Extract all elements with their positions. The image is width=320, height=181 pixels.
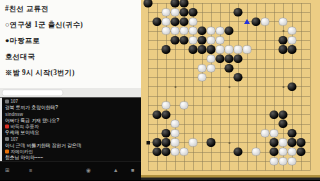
white-stone — [207, 54, 216, 63]
black-stone — [198, 27, 207, 36]
stream-screenshot: #친선 교류전 ○연구생 1군 출신(귀수) ●마짱프로 호선대국 ※밤 9시 … — [0, 0, 320, 180]
white-stone — [279, 147, 288, 156]
board-gridline-horizontal — [148, 96, 310, 97]
black-stone — [144, 0, 153, 7]
black-stone — [153, 138, 162, 147]
white-stone — [171, 27, 180, 36]
go-board — [141, 0, 320, 175]
chat-message: 107경북 토끼가 호랑이한테? — [5, 99, 138, 110]
black-stone — [189, 8, 198, 17]
black-stone — [180, 17, 189, 26]
white-stone — [243, 45, 252, 54]
black-stone — [288, 82, 297, 91]
white-stone — [198, 73, 207, 82]
white-stone — [207, 27, 216, 36]
white-stone — [171, 129, 180, 138]
board-gridline-vertical — [247, 3, 248, 170]
white-stone — [207, 36, 216, 45]
black-stone — [234, 147, 243, 156]
black-stone — [288, 129, 297, 138]
notice-start-time: ※밤 9시 시작(3번기) — [5, 68, 139, 81]
white-stone — [180, 147, 189, 156]
black-stone — [153, 110, 162, 119]
black-stone — [234, 73, 243, 82]
white-stone — [180, 101, 189, 110]
black-stone — [180, 8, 189, 17]
chat-message-text: 우세해 보이네요 — [5, 130, 138, 136]
star-point — [282, 30, 284, 32]
black-stone — [216, 54, 225, 63]
black-stone — [153, 147, 162, 156]
black-stone — [297, 147, 306, 156]
chat-message-text: 경북 토끼가 호랑이한테? — [5, 105, 138, 111]
white-stone — [180, 27, 189, 36]
white-stone — [162, 17, 171, 26]
chat-message: 바둑의 추종자우세해 보이네요 — [5, 124, 138, 135]
black-stone — [279, 120, 288, 129]
board-gridline-vertical — [310, 3, 311, 170]
white-stone — [288, 147, 297, 156]
black-stone — [288, 45, 297, 54]
black-stone — [234, 8, 243, 17]
bell-icon[interactable]: ▲ — [113, 167, 118, 173]
user-badge-icon — [5, 100, 9, 104]
board-gridline-vertical — [256, 3, 257, 170]
go-board-zone — [141, 0, 320, 180]
board-gridline-vertical — [238, 3, 239, 170]
white-stone — [216, 36, 225, 45]
black-stone — [270, 138, 279, 147]
black-stone — [198, 36, 207, 45]
black-stone — [270, 110, 279, 119]
black-stone — [180, 36, 189, 45]
black-stone — [234, 54, 243, 63]
black-stone — [225, 27, 234, 36]
white-stone — [207, 64, 216, 73]
star-point — [282, 86, 284, 88]
black-stone — [171, 0, 180, 7]
white-stone — [162, 8, 171, 17]
white-stone — [279, 138, 288, 147]
white-stone — [171, 138, 180, 147]
white-stone — [216, 27, 225, 36]
black-stone — [162, 45, 171, 54]
white-stone — [189, 138, 198, 147]
black-stone — [297, 138, 306, 147]
star-point — [174, 86, 176, 88]
white-stone — [288, 27, 297, 36]
black-stone — [225, 54, 234, 63]
grid-icon[interactable]: ⊞ — [5, 167, 10, 174]
white-stone — [171, 8, 180, 17]
notice-title: #친선 교류전 — [5, 4, 139, 17]
white-stone — [189, 27, 198, 36]
black-stone — [180, 0, 189, 7]
star-point — [228, 86, 230, 88]
notice-white-player: ○연구생 1군 출신(귀수) — [5, 20, 139, 33]
white-stone — [270, 157, 279, 166]
white-stone — [270, 129, 279, 138]
black-stone — [171, 17, 180, 26]
white-stone — [234, 45, 243, 54]
white-stone — [225, 45, 234, 54]
chat-header-bar — [0, 88, 141, 98]
white-stone — [288, 157, 297, 166]
black-stone — [207, 45, 216, 54]
white-stone — [279, 17, 288, 26]
white-stone — [162, 101, 171, 110]
list-icon[interactable]: ≡ — [29, 167, 32, 173]
black-stone — [171, 36, 180, 45]
white-stone — [171, 147, 180, 156]
black-stone — [153, 17, 162, 26]
black-stone — [288, 138, 297, 147]
black-stone — [207, 138, 216, 147]
chat-scrollbar[interactable] — [0, 98, 2, 162]
last-move-marker-icon — [244, 19, 250, 24]
chat-message: 자메이카인청춘님 하이하~~~ — [5, 149, 138, 160]
white-stone — [198, 64, 207, 73]
white-stone — [216, 45, 225, 54]
white-stone — [189, 36, 198, 45]
user-badge-icon — [5, 150, 9, 154]
white-stone — [279, 157, 288, 166]
black-stone — [162, 129, 171, 138]
viewers-icon[interactable]: ◉ — [86, 167, 91, 174]
match-notice-panel: #친선 교류전 ○연구생 1군 출신(귀수) ●마짱프로 호선대국 ※밤 9시 … — [0, 0, 141, 88]
chat-message-text: 아니 근데 비둘기한테 잡힌거 같은데 — [5, 142, 138, 148]
star-point — [228, 142, 230, 144]
board-bottom-shadow — [141, 175, 320, 178]
white-stone — [288, 36, 297, 45]
chat-message: 107아니 근데 비둘기한테 잡힌거 같은데 — [5, 137, 138, 148]
user-badge-icon — [5, 137, 9, 141]
square-marker-icon — [146, 141, 150, 145]
chat-message-text: 어쩌다 특급 기재 됐나요? — [5, 117, 138, 123]
chat-message-text: 청춘님 하이하~~~ — [5, 155, 138, 161]
black-stone — [279, 36, 288, 45]
board-gridline-vertical — [265, 3, 266, 170]
black-stone — [162, 147, 171, 156]
black-stone — [270, 147, 279, 156]
chat-message: sindnsw어쩌다 특급 기재 됐나요? — [5, 112, 138, 123]
notice-game-type: 호선대국 — [5, 52, 139, 65]
chat-filter-pill[interactable] — [2, 90, 63, 97]
chat-toolbar: ⊞≡◉▲■ — [0, 162, 141, 181]
white-stone — [171, 120, 180, 129]
notice-black-player: ●마짱프로 — [5, 36, 139, 49]
white-stone — [261, 129, 270, 138]
black-stone — [279, 110, 288, 119]
user-badge-icon — [5, 125, 9, 129]
white-stone — [189, 17, 198, 26]
black-stone — [198, 45, 207, 54]
board-gridline-horizontal — [148, 170, 310, 171]
white-stone — [162, 27, 171, 36]
board-gridline-horizontal — [148, 105, 310, 106]
white-stone — [261, 17, 270, 26]
black-stone — [225, 64, 234, 73]
black-stone — [162, 138, 171, 147]
chat-message-list: 107경북 토끼가 호랑이한테?sindnsw어쩌다 특급 기재 됐나요?바둑의… — [0, 99, 141, 160]
white-stone — [252, 147, 261, 156]
black-stone — [162, 110, 171, 119]
black-stone — [189, 45, 198, 54]
fullscreen-icon[interactable]: ■ — [131, 167, 134, 173]
black-stone — [252, 17, 261, 26]
chat-area[interactable]: 107경북 토끼가 호랑이한테?sindnsw어쩌다 특급 기재 됐나요?바둑의… — [0, 98, 141, 162]
black-stone — [279, 45, 288, 54]
app-root: #친선 교류전 ○연구생 1군 출신(귀수) ●마짱프로 호선대국 ※밤 9시 … — [0, 0, 320, 180]
